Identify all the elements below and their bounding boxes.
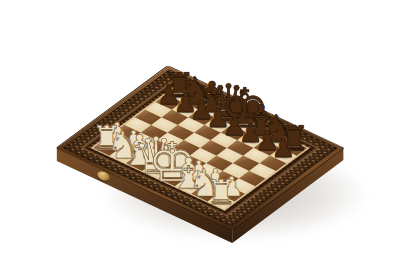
product-photo-canvas: ♜♞♝♛♚♝♞♜♟♟♟♟♟♟♟♟♟♟♟♟♟♟♟♟♜♞♝♛♚♝♞♜: [0, 0, 400, 267]
black-rook: ♜: [149, 67, 209, 101]
